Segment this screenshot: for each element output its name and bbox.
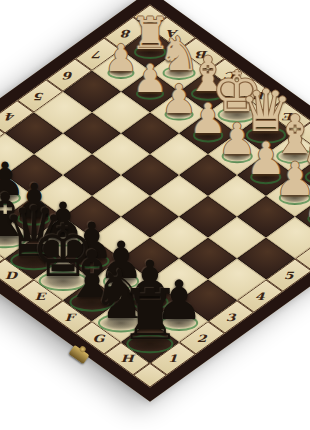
- file-label-near-e-text: E: [35, 291, 46, 301]
- file-label-far-d-text: D: [254, 91, 266, 101]
- file-label-far-e-text: E: [284, 112, 295, 122]
- file-label-far-b-text: B: [196, 49, 208, 59]
- rank-label-left-7-text: 7: [93, 49, 103, 59]
- rank-label-right-3-text: 3: [226, 312, 236, 322]
- file-label-near-h-text: H: [120, 354, 133, 364]
- rank-label-right-4-text: 4: [255, 291, 265, 301]
- file-label-near-f-text: F: [64, 312, 74, 322]
- rank-label-right-5-text: 5: [284, 270, 294, 280]
- rank-label-left-6-text: 6: [64, 70, 74, 80]
- chess-set-photo: ABCDEFGH8877665544332211ABCDEFGH ♜♞♝♚♛♝♞…: [0, 0, 310, 430]
- rank-label-right-2-text: 2: [197, 333, 207, 343]
- file-label-far-c-text: C: [225, 70, 236, 80]
- rank-label-left-5-text: 5: [35, 91, 45, 101]
- chess-board: ABCDEFGH8877665544332211ABCDEFGH: [0, 0, 310, 402]
- file-label-near-d-text: D: [5, 270, 17, 280]
- rank-label-right-1-text: 1: [168, 354, 178, 364]
- rank-label-left-8-text: 8: [122, 28, 132, 38]
- file-label-near-g-text: G: [92, 333, 104, 343]
- rank-label-left-4-text: 4: [6, 112, 16, 122]
- file-label-far-a-text: A: [168, 28, 179, 38]
